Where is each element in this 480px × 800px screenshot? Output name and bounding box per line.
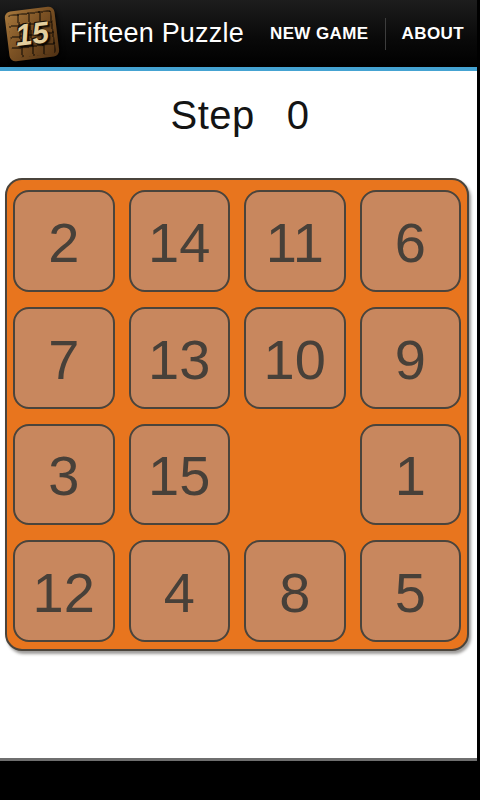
about-button[interactable]: ABOUT <box>386 0 480 67</box>
app-icon-label: 15 <box>14 17 51 51</box>
tile-15[interactable]: 15 <box>129 424 231 526</box>
tile-11[interactable]: 11 <box>244 190 346 292</box>
step-counter: Step0 <box>0 95 480 135</box>
tile-6[interactable]: 6 <box>360 190 462 292</box>
tile-3[interactable]: 3 <box>13 424 115 526</box>
new-game-button[interactable]: NEW GAME <box>254 0 385 67</box>
tile-9[interactable]: 9 <box>360 307 462 409</box>
tile-1[interactable]: 1 <box>360 424 462 526</box>
action-bar: 15 Fifteen Puzzle NEW GAME ABOUT <box>0 0 480 67</box>
tile-4[interactable]: 4 <box>129 540 231 642</box>
tile-14[interactable]: 14 <box>129 190 231 292</box>
tile-13[interactable]: 13 <box>129 307 231 409</box>
puzzle-board: 214116713109315112485 <box>5 178 469 651</box>
step-value: 0 <box>287 93 310 137</box>
content-area: Step0 214116713109315112485 <box>0 95 480 651</box>
app-title: Fifteen Puzzle <box>70 18 244 49</box>
tile-10[interactable]: 10 <box>244 307 346 409</box>
actionbar-menu: NEW GAME ABOUT <box>254 0 480 67</box>
tile-7[interactable]: 7 <box>13 307 115 409</box>
tile-8[interactable]: 8 <box>244 540 346 642</box>
empty-cell <box>244 424 346 526</box>
step-label: Step <box>170 93 254 137</box>
phone-screen: 15 Fifteen Puzzle NEW GAME ABOUT Step0 2… <box>0 0 480 800</box>
actionbar-accent-line <box>0 67 480 71</box>
tile-2[interactable]: 2 <box>13 190 115 292</box>
system-nav-bar <box>0 758 480 800</box>
tile-12[interactable]: 12 <box>13 540 115 642</box>
fifteen-puzzle-app-icon: 15 <box>4 6 60 62</box>
tile-5[interactable]: 5 <box>360 540 462 642</box>
